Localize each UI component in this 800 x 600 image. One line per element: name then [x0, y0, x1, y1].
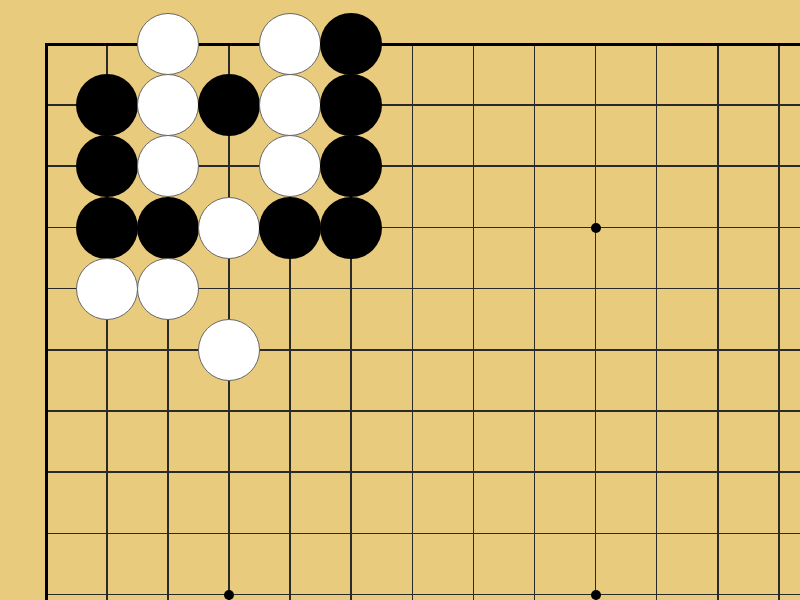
intersection-c1-r2[interactable] [15, 75, 76, 136]
white-stone[interactable] [137, 74, 199, 136]
intersection-c8-r4[interactable] [443, 197, 504, 258]
white-stone[interactable] [259, 135, 321, 197]
intersection-c2-r5[interactable] [77, 258, 138, 319]
intersection-c9-r8[interactable] [504, 442, 565, 503]
black-stone[interactable] [76, 197, 138, 259]
intersection-c6-r8[interactable] [321, 442, 382, 503]
black-stone[interactable] [198, 74, 260, 136]
intersection-c7-r5[interactable] [382, 258, 443, 319]
intersection-c13-r1[interactable] [749, 13, 800, 74]
intersection-c4-r9[interactable] [199, 503, 260, 564]
intersection-c11-r5[interactable] [626, 258, 687, 319]
intersection-c11-r6[interactable] [626, 319, 687, 380]
intersection-c7-r1[interactable] [382, 13, 443, 74]
intersection-c12-r2[interactable] [687, 75, 748, 136]
intersection-c9-r3[interactable] [504, 136, 565, 197]
intersection-c1-r1[interactable] [15, 13, 76, 74]
intersection-c5-r9[interactable] [260, 503, 321, 564]
intersection-c9-r4[interactable] [504, 197, 565, 258]
intersection-c1-r4[interactable] [15, 197, 76, 258]
intersection-c7-r4[interactable] [382, 197, 443, 258]
intersection-c4-r2[interactable] [199, 75, 260, 136]
intersection-c2-r1[interactable] [77, 13, 138, 74]
intersection-c7-r9[interactable] [382, 503, 443, 564]
intersection-c10-r4[interactable] [565, 197, 626, 258]
intersection-c9-r6[interactable] [504, 319, 565, 380]
white-stone[interactable] [198, 319, 260, 381]
black-stone[interactable] [320, 135, 382, 197]
intersection-c10-r8[interactable] [565, 442, 626, 503]
black-stone[interactable] [320, 197, 382, 259]
intersection-c8-r8[interactable] [443, 442, 504, 503]
intersection-c10-r5[interactable] [565, 258, 626, 319]
intersection-c13-r8[interactable] [749, 442, 800, 503]
intersection-c2-r9[interactable] [77, 503, 138, 564]
white-stone[interactable] [137, 135, 199, 197]
intersection-c10-r2[interactable] [565, 75, 626, 136]
black-stone[interactable] [137, 197, 199, 259]
board-intersections-grid[interactable] [15, 13, 800, 600]
intersection-c13-r7[interactable] [749, 381, 800, 442]
intersection-c3-r7[interactable] [138, 381, 199, 442]
intersection-c13-r5[interactable] [749, 258, 800, 319]
intersection-c4-r4[interactable] [199, 197, 260, 258]
intersection-c7-r2[interactable] [382, 75, 443, 136]
intersection-c1-r10[interactable] [15, 564, 76, 600]
intersection-c4-r8[interactable] [199, 442, 260, 503]
intersection-c12-r8[interactable] [687, 442, 748, 503]
intersection-c11-r7[interactable] [626, 381, 687, 442]
intersection-c13-r9[interactable] [749, 503, 800, 564]
intersection-c12-r7[interactable] [687, 381, 748, 442]
intersection-c5-r7[interactable] [260, 381, 321, 442]
white-stone[interactable] [76, 258, 138, 320]
intersection-c12-r10[interactable] [687, 564, 748, 600]
intersection-c9-r10[interactable] [504, 564, 565, 600]
intersection-c2-r3[interactable] [77, 136, 138, 197]
intersection-c13-r3[interactable] [749, 136, 800, 197]
intersection-c5-r5[interactable] [260, 258, 321, 319]
intersection-c5-r2[interactable] [260, 75, 321, 136]
intersection-c1-r5[interactable] [15, 258, 76, 319]
intersection-c1-r9[interactable] [15, 503, 76, 564]
intersection-c3-r1[interactable] [138, 13, 199, 74]
intersection-c5-r4[interactable] [260, 197, 321, 258]
intersection-c5-r8[interactable] [260, 442, 321, 503]
intersection-c8-r3[interactable] [443, 136, 504, 197]
intersection-c3-r2[interactable] [138, 75, 199, 136]
intersection-c12-r6[interactable] [687, 319, 748, 380]
intersection-c10-r10[interactable] [565, 564, 626, 600]
intersection-c11-r2[interactable] [626, 75, 687, 136]
intersection-c10-r7[interactable] [565, 381, 626, 442]
intersection-c3-r9[interactable] [138, 503, 199, 564]
intersection-c13-r10[interactable] [749, 564, 800, 600]
intersection-c10-r6[interactable] [565, 319, 626, 380]
intersection-c2-r10[interactable] [77, 564, 138, 600]
intersection-c6-r4[interactable] [321, 197, 382, 258]
intersection-c6-r7[interactable] [321, 381, 382, 442]
black-stone[interactable] [259, 197, 321, 259]
intersection-c8-r6[interactable] [443, 319, 504, 380]
intersection-c9-r9[interactable] [504, 503, 565, 564]
intersection-c6-r10[interactable] [321, 564, 382, 600]
intersection-c4-r10[interactable] [199, 564, 260, 600]
intersection-c7-r7[interactable] [382, 381, 443, 442]
black-stone[interactable] [320, 13, 382, 75]
intersection-c7-r10[interactable] [382, 564, 443, 600]
intersection-c2-r8[interactable] [77, 442, 138, 503]
intersection-c12-r9[interactable] [687, 503, 748, 564]
intersection-c9-r1[interactable] [504, 13, 565, 74]
black-stone[interactable] [76, 74, 138, 136]
intersection-c6-r9[interactable] [321, 503, 382, 564]
intersection-c11-r4[interactable] [626, 197, 687, 258]
intersection-c5-r10[interactable] [260, 564, 321, 600]
intersection-c3-r6[interactable] [138, 319, 199, 380]
intersection-c7-r3[interactable] [382, 136, 443, 197]
intersection-c11-r10[interactable] [626, 564, 687, 600]
intersection-c7-r8[interactable] [382, 442, 443, 503]
intersection-c4-r3[interactable] [199, 136, 260, 197]
intersection-c1-r7[interactable] [15, 381, 76, 442]
intersection-c13-r6[interactable] [749, 319, 800, 380]
intersection-c13-r4[interactable] [749, 197, 800, 258]
intersection-c8-r5[interactable] [443, 258, 504, 319]
black-stone[interactable] [320, 74, 382, 136]
intersection-c12-r4[interactable] [687, 197, 748, 258]
intersection-c8-r9[interactable] [443, 503, 504, 564]
intersection-c5-r3[interactable] [260, 136, 321, 197]
intersection-c8-r1[interactable] [443, 13, 504, 74]
intersection-c11-r1[interactable] [626, 13, 687, 74]
intersection-c3-r8[interactable] [138, 442, 199, 503]
white-stone[interactable] [259, 13, 321, 75]
intersection-c4-r7[interactable] [199, 381, 260, 442]
white-stone[interactable] [259, 74, 321, 136]
intersection-c1-r8[interactable] [15, 442, 76, 503]
intersection-c4-r6[interactable] [199, 319, 260, 380]
white-stone[interactable] [137, 258, 199, 320]
intersection-c2-r4[interactable] [77, 197, 138, 258]
intersection-c10-r3[interactable] [565, 136, 626, 197]
intersection-c13-r2[interactable] [749, 75, 800, 136]
intersection-c2-r7[interactable] [77, 381, 138, 442]
intersection-c1-r3[interactable] [15, 136, 76, 197]
intersection-c2-r6[interactable] [77, 319, 138, 380]
intersection-c4-r5[interactable] [199, 258, 260, 319]
intersection-c1-r6[interactable] [15, 319, 76, 380]
intersection-c9-r5[interactable] [504, 258, 565, 319]
intersection-c2-r2[interactable] [77, 75, 138, 136]
intersection-c6-r3[interactable] [321, 136, 382, 197]
intersection-c3-r5[interactable] [138, 258, 199, 319]
intersection-c12-r3[interactable] [687, 136, 748, 197]
intersection-c3-r3[interactable] [138, 136, 199, 197]
intersection-c10-r9[interactable] [565, 503, 626, 564]
intersection-c5-r6[interactable] [260, 319, 321, 380]
intersection-c8-r10[interactable] [443, 564, 504, 600]
intersection-c12-r5[interactable] [687, 258, 748, 319]
intersection-c11-r9[interactable] [626, 503, 687, 564]
intersection-c5-r1[interactable] [260, 13, 321, 74]
intersection-c11-r8[interactable] [626, 442, 687, 503]
intersection-c12-r1[interactable] [687, 13, 748, 74]
intersection-c6-r6[interactable] [321, 319, 382, 380]
intersection-c4-r1[interactable] [199, 13, 260, 74]
intersection-c3-r4[interactable] [138, 197, 199, 258]
intersection-c6-r1[interactable] [321, 13, 382, 74]
intersection-c6-r5[interactable] [321, 258, 382, 319]
intersection-c10-r1[interactable] [565, 13, 626, 74]
white-stone[interactable] [137, 13, 199, 75]
intersection-c11-r3[interactable] [626, 136, 687, 197]
intersection-c3-r10[interactable] [138, 564, 199, 600]
black-stone[interactable] [76, 135, 138, 197]
intersection-c6-r2[interactable] [321, 75, 382, 136]
intersection-c8-r7[interactable] [443, 381, 504, 442]
intersection-c9-r2[interactable] [504, 75, 565, 136]
intersection-c9-r7[interactable] [504, 381, 565, 442]
white-stone[interactable] [198, 197, 260, 259]
go-board[interactable] [0, 0, 800, 600]
intersection-c7-r6[interactable] [382, 319, 443, 380]
intersection-c8-r2[interactable] [443, 75, 504, 136]
